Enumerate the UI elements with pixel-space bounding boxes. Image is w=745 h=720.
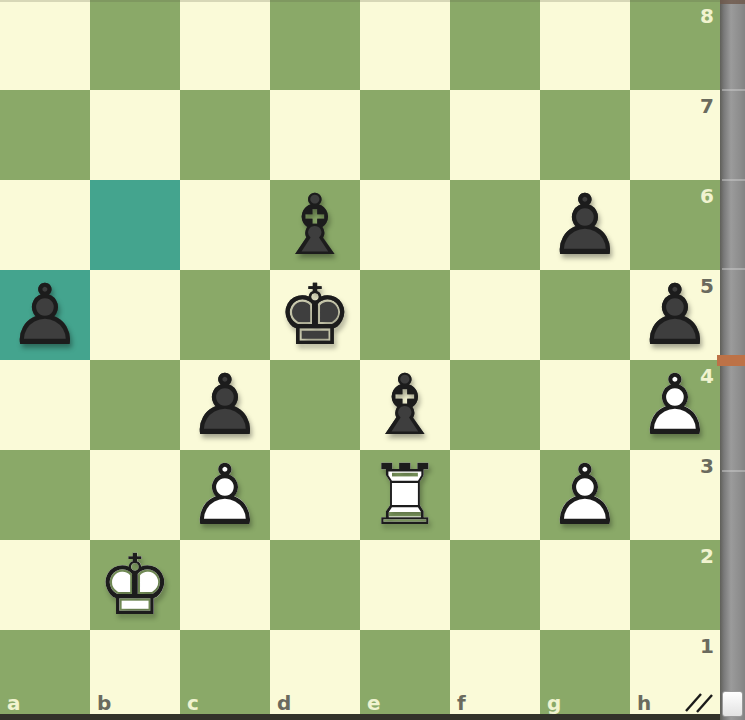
black-pawn[interactable]: ♟♙ bbox=[180, 360, 270, 450]
square-e1[interactable] bbox=[360, 630, 450, 720]
square-a5[interactable]: ♟♙ bbox=[0, 270, 90, 360]
white-pawn-fill-glyph: ♟ bbox=[630, 360, 720, 450]
square-f3[interactable] bbox=[450, 450, 540, 540]
square-c2[interactable] bbox=[180, 540, 270, 630]
square-f6[interactable] bbox=[450, 180, 540, 270]
scrollbar-segment-line-2 bbox=[722, 179, 745, 181]
white-king-fill-glyph: ♚ bbox=[90, 540, 180, 630]
chess-app-window: ♝♗♟♙♟♙♚♔♟♙♟♙♝♗♟♙♟♙♜♖♟♙♚♔ abcdefgh8765432… bbox=[0, 0, 745, 720]
square-d4[interactable] bbox=[270, 360, 360, 450]
black-king[interactable]: ♚♔ bbox=[270, 270, 360, 360]
black-pawn-outline-glyph: ♙ bbox=[540, 180, 630, 270]
black-bishop-fill-glyph: ♝ bbox=[360, 360, 450, 450]
square-h2[interactable] bbox=[630, 540, 720, 630]
square-a4[interactable] bbox=[0, 360, 90, 450]
square-e7[interactable] bbox=[360, 90, 450, 180]
top-border bbox=[0, 0, 745, 2]
scrollbar-segment-line-4 bbox=[722, 470, 745, 472]
scrollbar-bottom-cap[interactable] bbox=[722, 691, 743, 717]
scrollbar-segment-line-1 bbox=[722, 89, 745, 91]
square-g2[interactable] bbox=[540, 540, 630, 630]
bottom-border bbox=[0, 714, 745, 720]
scrollbar-top-shadow bbox=[720, 0, 745, 4]
square-h7[interactable] bbox=[630, 90, 720, 180]
black-king-outline-glyph: ♔ bbox=[270, 270, 360, 360]
square-h8[interactable] bbox=[630, 0, 720, 90]
black-pawn-fill-glyph: ♟ bbox=[540, 180, 630, 270]
square-f5[interactable] bbox=[450, 270, 540, 360]
square-d7[interactable] bbox=[270, 90, 360, 180]
white-rook-fill-glyph: ♜ bbox=[360, 450, 450, 540]
square-d2[interactable] bbox=[270, 540, 360, 630]
black-king-fill-glyph: ♚ bbox=[270, 270, 360, 360]
black-pawn-outline-glyph: ♙ bbox=[0, 270, 90, 360]
square-a8[interactable] bbox=[0, 0, 90, 90]
black-bishop-outline-glyph: ♗ bbox=[270, 180, 360, 270]
black-pawn-fill-glyph: ♟ bbox=[180, 360, 270, 450]
black-bishop-outline-glyph: ♗ bbox=[360, 360, 450, 450]
square-e6[interactable] bbox=[360, 180, 450, 270]
square-f2[interactable] bbox=[450, 540, 540, 630]
square-a3[interactable] bbox=[0, 450, 90, 540]
white-pawn-outline-glyph: ♙ bbox=[180, 450, 270, 540]
square-a6[interactable] bbox=[0, 180, 90, 270]
scrollbar[interactable] bbox=[720, 0, 745, 720]
white-pawn-fill-glyph: ♟ bbox=[540, 450, 630, 540]
black-bishop[interactable]: ♝♗ bbox=[360, 360, 450, 450]
square-c4[interactable]: ♟♙ bbox=[180, 360, 270, 450]
square-c5[interactable] bbox=[180, 270, 270, 360]
square-e8[interactable] bbox=[360, 0, 450, 90]
white-king-outline-glyph: ♔ bbox=[90, 540, 180, 630]
scroll-marker-orange bbox=[717, 355, 745, 366]
square-d6[interactable]: ♝♗ bbox=[270, 180, 360, 270]
white-pawn[interactable]: ♟♙ bbox=[630, 360, 720, 450]
black-pawn-outline-glyph: ♙ bbox=[180, 360, 270, 450]
square-c8[interactable] bbox=[180, 0, 270, 90]
white-rook-outline-glyph: ♖ bbox=[360, 450, 450, 540]
square-g3[interactable]: ♟♙ bbox=[540, 450, 630, 540]
square-g6[interactable]: ♟♙ bbox=[540, 180, 630, 270]
square-e3[interactable]: ♜♖ bbox=[360, 450, 450, 540]
square-d8[interactable] bbox=[270, 0, 360, 90]
white-pawn[interactable]: ♟♙ bbox=[540, 450, 630, 540]
square-f7[interactable] bbox=[450, 90, 540, 180]
square-b5[interactable] bbox=[90, 270, 180, 360]
square-g4[interactable] bbox=[540, 360, 630, 450]
square-a1[interactable] bbox=[0, 630, 90, 720]
square-d1[interactable] bbox=[270, 630, 360, 720]
square-g8[interactable] bbox=[540, 0, 630, 90]
white-pawn-outline-glyph: ♙ bbox=[630, 360, 720, 450]
white-king[interactable]: ♚♔ bbox=[90, 540, 180, 630]
scrollbar-segment-line-3 bbox=[722, 268, 745, 270]
square-b8[interactable] bbox=[90, 0, 180, 90]
square-e2[interactable] bbox=[360, 540, 450, 630]
square-g5[interactable] bbox=[540, 270, 630, 360]
square-h6[interactable] bbox=[630, 180, 720, 270]
square-b3[interactable] bbox=[90, 450, 180, 540]
square-c7[interactable] bbox=[180, 90, 270, 180]
square-b2[interactable]: ♚♔ bbox=[90, 540, 180, 630]
black-bishop[interactable]: ♝♗ bbox=[270, 180, 360, 270]
white-pawn-outline-glyph: ♙ bbox=[540, 450, 630, 540]
black-bishop-fill-glyph: ♝ bbox=[270, 180, 360, 270]
resize-handle-icon[interactable] bbox=[680, 690, 716, 714]
black-pawn[interactable]: ♟♙ bbox=[540, 180, 630, 270]
square-h5[interactable]: ♟♙ bbox=[630, 270, 720, 360]
board: ♝♗♟♙♟♙♚♔♟♙♟♙♝♗♟♙♟♙♜♖♟♙♚♔ bbox=[0, 0, 720, 720]
square-b4[interactable] bbox=[90, 360, 180, 450]
black-pawn-fill-glyph: ♟ bbox=[630, 270, 720, 360]
square-d3[interactable] bbox=[270, 450, 360, 540]
square-e4[interactable]: ♝♗ bbox=[360, 360, 450, 450]
square-c6[interactable] bbox=[180, 180, 270, 270]
white-pawn[interactable]: ♟♙ bbox=[180, 450, 270, 540]
square-g7[interactable] bbox=[540, 90, 630, 180]
square-b7[interactable] bbox=[90, 90, 180, 180]
black-pawn[interactable]: ♟♙ bbox=[630, 270, 720, 360]
square-c3[interactable]: ♟♙ bbox=[180, 450, 270, 540]
square-f8[interactable] bbox=[450, 0, 540, 90]
square-h4[interactable]: ♟♙ bbox=[630, 360, 720, 450]
square-a2[interactable] bbox=[0, 540, 90, 630]
white-rook[interactable]: ♜♖ bbox=[360, 450, 450, 540]
square-g1[interactable] bbox=[540, 630, 630, 720]
square-c1[interactable] bbox=[180, 630, 270, 720]
square-b1[interactable] bbox=[90, 630, 180, 720]
square-e5[interactable] bbox=[360, 270, 450, 360]
square-d5[interactable]: ♚♔ bbox=[270, 270, 360, 360]
black-pawn-outline-glyph: ♙ bbox=[630, 270, 720, 360]
square-f4[interactable] bbox=[450, 360, 540, 450]
square-f1[interactable] bbox=[450, 630, 540, 720]
square-h3[interactable] bbox=[630, 450, 720, 540]
black-pawn[interactable]: ♟♙ bbox=[0, 270, 90, 360]
white-pawn-fill-glyph: ♟ bbox=[180, 450, 270, 540]
black-pawn-fill-glyph: ♟ bbox=[0, 270, 90, 360]
square-b6[interactable] bbox=[90, 180, 180, 270]
square-a7[interactable] bbox=[0, 90, 90, 180]
